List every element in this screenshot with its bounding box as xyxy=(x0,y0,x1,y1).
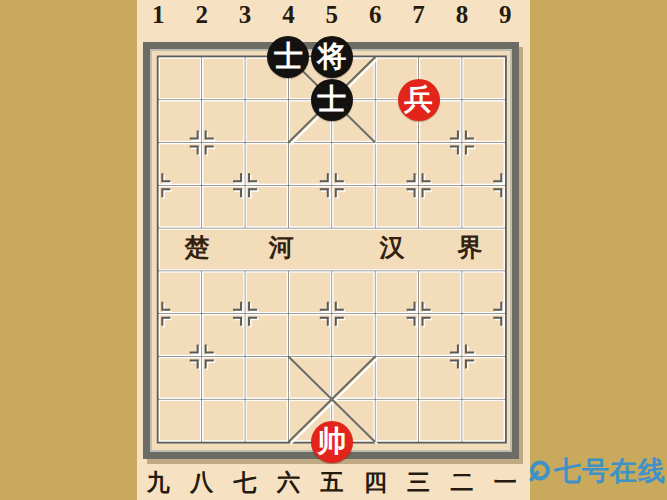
black-advisor[interactable]: 士 xyxy=(311,79,353,121)
black-general[interactable]: 将 xyxy=(311,36,353,78)
file-label-bottom-5: 五 xyxy=(315,467,349,498)
red-general[interactable]: 帅 xyxy=(311,421,353,463)
river-char-4: 界 xyxy=(455,231,485,264)
file-label-bottom-8: 二 xyxy=(445,467,479,498)
file-label-bottom-7: 三 xyxy=(402,467,436,498)
file-label-bottom-3: 七 xyxy=(228,467,262,498)
red-soldier[interactable]: 兵 xyxy=(398,79,440,121)
file-label-top-1: 1 xyxy=(141,1,175,29)
file-label-top-5: 5 xyxy=(315,1,349,29)
file-label-top-9: 9 xyxy=(488,1,522,29)
river-char-1: 楚 xyxy=(182,231,212,264)
file-label-top-7: 7 xyxy=(402,1,436,29)
river-char-2: 河 xyxy=(266,231,296,264)
q-logo-icon xyxy=(527,459,552,484)
file-label-top-6: 6 xyxy=(358,1,392,29)
river-char-3: 汉 xyxy=(377,231,407,264)
file-label-bottom-4: 六 xyxy=(271,467,305,498)
file-label-top-2: 2 xyxy=(185,1,219,29)
file-label-top-3: 3 xyxy=(228,1,262,29)
watermark: 七号在线 xyxy=(527,453,666,489)
watermark-text: 七号在线 xyxy=(554,453,666,489)
file-label-bottom-6: 四 xyxy=(358,467,392,498)
file-label-bottom-1: 九 xyxy=(141,467,175,498)
file-label-top-8: 8 xyxy=(445,1,479,29)
xiangqi-app: 123456789 九八七六五四三二一 楚河汉界 士将士兵帅 七号在线 xyxy=(0,0,667,500)
file-label-bottom-9: 一 xyxy=(488,467,522,498)
file-label-bottom-2: 八 xyxy=(185,467,219,498)
file-label-top-4: 4 xyxy=(271,1,305,29)
